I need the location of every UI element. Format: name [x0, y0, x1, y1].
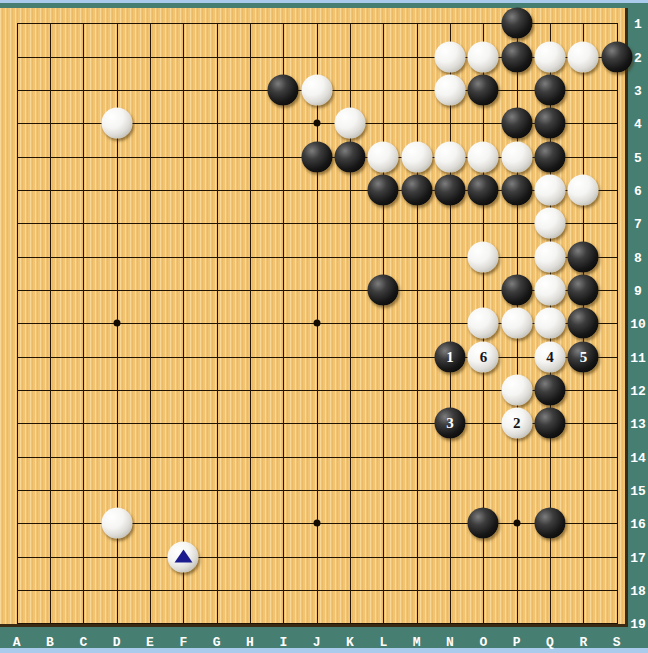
white-stone-N2 [435, 41, 466, 72]
row-label-11: 11 [628, 350, 648, 365]
move-number-label: 4 [546, 349, 554, 364]
black-stone-I3 [268, 75, 299, 106]
black-stone-P1 [501, 8, 532, 39]
move-number-label: 2 [513, 416, 521, 431]
grid-line-horizontal [17, 490, 618, 491]
white-stone-P12 [501, 375, 532, 406]
black-stone-P4 [501, 108, 532, 139]
row-label-10: 10 [628, 317, 648, 332]
black-stone-N11: 1 [435, 341, 466, 372]
white-stone-N3 [435, 75, 466, 106]
star-point [113, 320, 120, 327]
black-stone-Q13 [535, 408, 566, 439]
white-stone-P13: 2 [501, 408, 532, 439]
star-point [313, 120, 320, 127]
row-label-8: 8 [628, 250, 648, 265]
white-stone-R2 [568, 41, 599, 72]
column-label-A: A [13, 635, 21, 650]
move-number-label: 6 [480, 349, 488, 364]
black-stone-O3 [468, 75, 499, 106]
black-stone-Q3 [535, 75, 566, 106]
column-label-E: E [146, 635, 154, 650]
black-stone-N6 [435, 175, 466, 206]
white-stone-O11: 6 [468, 341, 499, 372]
row-label-12: 12 [628, 384, 648, 399]
column-label-P: P [513, 635, 521, 650]
white-stone-M5 [401, 141, 432, 172]
column-label-R: R [579, 635, 587, 650]
black-stone-L6 [368, 175, 399, 206]
row-label-4: 4 [628, 117, 648, 132]
row-label-1: 1 [628, 17, 648, 32]
row-label-14: 14 [628, 450, 648, 465]
grid-line-vertical [383, 23, 384, 624]
row-label-5: 5 [628, 150, 648, 165]
black-stone-O6 [468, 175, 499, 206]
grid-line-horizontal [17, 357, 618, 358]
grid-line-horizontal [17, 457, 618, 458]
black-stone-K5 [335, 141, 366, 172]
white-stone-J3 [301, 75, 332, 106]
black-stone-R10 [568, 308, 599, 339]
column-label-C: C [79, 635, 87, 650]
row-label-15: 15 [628, 484, 648, 499]
star-point [513, 520, 520, 527]
white-stone-Q7 [535, 208, 566, 239]
black-stone-N13: 3 [435, 408, 466, 439]
white-stone-Q11: 4 [535, 341, 566, 372]
row-label-6: 6 [628, 184, 648, 199]
column-label-Q: Q [546, 635, 554, 650]
grid-line-horizontal [17, 557, 618, 558]
column-label-G: G [213, 635, 221, 650]
black-stone-Q12 [535, 375, 566, 406]
white-stone-Q9 [535, 275, 566, 306]
row-label-3: 3 [628, 84, 648, 99]
top-border-strip [0, 0, 648, 3]
black-stone-J5 [301, 141, 332, 172]
black-stone-R11: 5 [568, 341, 599, 372]
move-number-label: 5 [580, 349, 588, 364]
move-number-label: 1 [446, 349, 454, 364]
go-diagram: 164532 ABCDEFGHIJKLMNOPQRS12345678910111… [0, 0, 648, 653]
column-label-M: M [413, 635, 421, 650]
black-stone-Q16 [535, 508, 566, 539]
column-label-J: J [313, 635, 321, 650]
grid-line-horizontal [17, 590, 618, 591]
column-label-H: H [246, 635, 254, 650]
white-stone-L5 [368, 141, 399, 172]
row-label-17: 17 [628, 550, 648, 565]
white-stone-F17 [168, 541, 199, 572]
white-stone-D4 [101, 108, 132, 139]
black-stone-R9 [568, 275, 599, 306]
column-label-F: F [179, 635, 187, 650]
black-stone-Q4 [535, 108, 566, 139]
black-stone-P6 [501, 175, 532, 206]
star-point [313, 520, 320, 527]
row-label-2: 2 [628, 50, 648, 65]
white-stone-N5 [435, 141, 466, 172]
black-stone-P2 [501, 41, 532, 72]
column-label-I: I [279, 635, 287, 650]
white-stone-O8 [468, 241, 499, 272]
column-label-N: N [446, 635, 454, 650]
row-label-7: 7 [628, 217, 648, 232]
column-label-K: K [346, 635, 354, 650]
grid-line-horizontal [17, 623, 618, 624]
black-stone-Q5 [535, 141, 566, 172]
row-label-13: 13 [628, 417, 648, 432]
white-stone-Q8 [535, 241, 566, 272]
white-stone-R6 [568, 175, 599, 206]
column-label-B: B [46, 635, 54, 650]
go-board[interactable]: 164532 [0, 8, 628, 627]
row-label-9: 9 [628, 284, 648, 299]
white-stone-Q2 [535, 41, 566, 72]
white-stone-Q6 [535, 175, 566, 206]
black-stone-L9 [368, 275, 399, 306]
white-stone-Q10 [535, 308, 566, 339]
white-stone-D16 [101, 508, 132, 539]
white-stone-K4 [335, 108, 366, 139]
column-label-O: O [479, 635, 487, 650]
black-stone-M6 [401, 175, 432, 206]
column-label-D: D [113, 635, 121, 650]
grid-line-vertical [450, 23, 451, 624]
white-stone-O2 [468, 41, 499, 72]
white-stone-O5 [468, 141, 499, 172]
grid-line-vertical [617, 23, 618, 624]
black-stone-R8 [568, 241, 599, 272]
row-label-16: 16 [628, 517, 648, 532]
star-point [313, 320, 320, 327]
white-stone-O10 [468, 308, 499, 339]
move-number-label: 3 [446, 416, 454, 431]
black-stone-O16 [468, 508, 499, 539]
grid-line-vertical [417, 23, 418, 624]
triangle-marker-icon [174, 549, 192, 562]
column-label-S: S [613, 635, 621, 650]
white-stone-P10 [501, 308, 532, 339]
white-stone-P5 [501, 141, 532, 172]
row-label-19: 19 [628, 617, 648, 632]
row-label-18: 18 [628, 584, 648, 599]
black-stone-P9 [501, 275, 532, 306]
column-label-L: L [379, 635, 387, 650]
